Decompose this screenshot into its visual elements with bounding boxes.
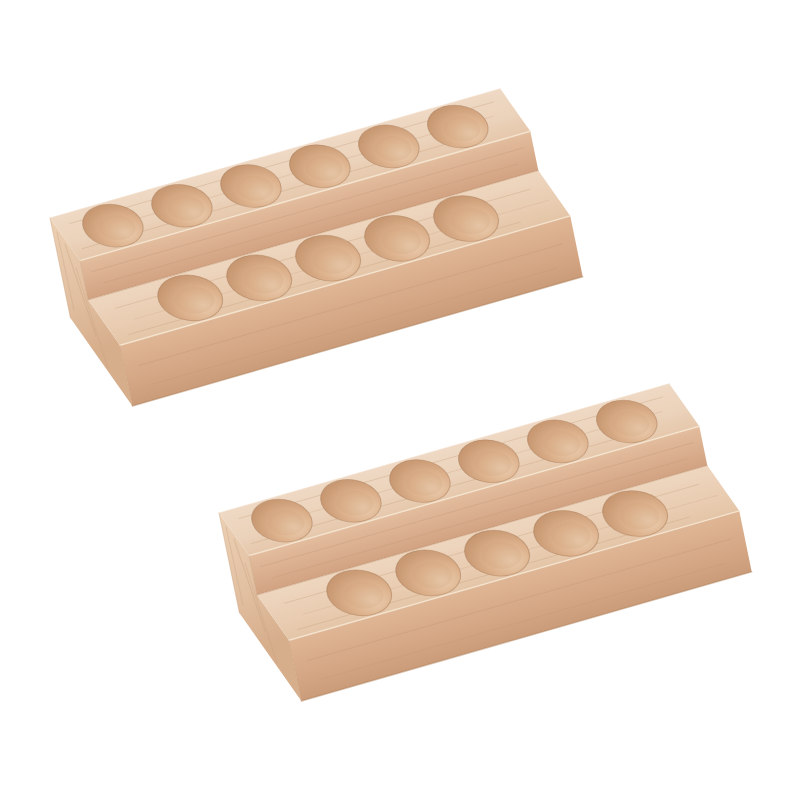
oil-rack-2 — [219, 384, 752, 701]
oil-rack-1 — [50, 89, 583, 406]
product-photo-canvas — [0, 0, 800, 800]
product-photo-svg — [0, 0, 800, 800]
